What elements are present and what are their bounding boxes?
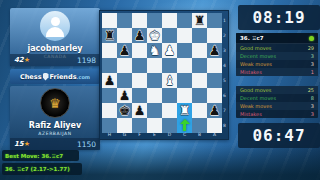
square-f4[interactable]	[132, 58, 147, 73]
star-icon: ★	[24, 56, 30, 64]
square-a1[interactable]	[207, 13, 222, 28]
player-card-white: jacobmarley CANADA 42★ 1198	[10, 8, 100, 66]
white-player-rating: 1198	[77, 56, 96, 65]
white-knight-e3: ♞	[149, 43, 161, 58]
last-move-header: 36. ♖c7	[236, 33, 318, 44]
chessfriends-logo[interactable]: Chess Friends .com	[10, 69, 100, 84]
black-pawn-a3: ♟	[209, 43, 221, 58]
stat-row: Weak moves 3	[236, 60, 318, 68]
square-a3[interactable]: ♟	[207, 43, 222, 58]
rank-label-5: 5	[221, 73, 228, 88]
rank-label-1: 1	[221, 13, 228, 28]
white-player-avatar[interactable]	[40, 11, 70, 41]
square-f3[interactable]	[132, 43, 147, 58]
square-g8[interactable]	[117, 118, 132, 133]
app-window: jacobmarley CANADA 42★ 1198 Chess Friend…	[0, 0, 320, 180]
square-b8[interactable]	[192, 118, 207, 133]
rank-label-7: 7	[221, 103, 228, 118]
square-h5[interactable]: ♟	[102, 73, 117, 88]
rank-label-3: 3	[221, 43, 228, 58]
square-a2[interactable]	[207, 28, 222, 43]
rank-label-4: 4	[221, 58, 228, 73]
black-player-name: Rafiz Aliyev	[10, 121, 100, 130]
square-c7[interactable]: ♜	[177, 103, 192, 118]
square-e2[interactable]: ♚	[147, 28, 162, 43]
white-move-stats-panel: 36. ♖c7 Good moves 29 Decent moves 3 Wea…	[236, 33, 318, 76]
star-icon: ★	[24, 140, 30, 148]
white-rook-c7: ♜	[179, 103, 191, 118]
black-player-country: AZERBAIJAN	[10, 131, 100, 136]
square-d2[interactable]	[162, 28, 177, 43]
black-rook-h2: ♜	[104, 28, 116, 43]
square-e3[interactable]: ♞	[147, 43, 162, 58]
square-h2[interactable]: ♜	[102, 28, 117, 43]
square-d8[interactable]	[162, 118, 177, 133]
stat-row: Mistakes 1	[236, 68, 318, 76]
square-f8[interactable]	[132, 118, 147, 133]
white-player-level: 42★	[14, 56, 30, 64]
stat-row: Good moves 29	[236, 44, 318, 52]
stat-row: Decent moves 8	[236, 94, 318, 102]
square-b6[interactable]	[192, 88, 207, 103]
white-pawn-d3: ♟	[164, 43, 176, 58]
square-a5[interactable]	[207, 73, 222, 88]
black-move-stats-panel: Good moves 25 Decent moves 8 Weak moves …	[236, 86, 318, 118]
square-c3[interactable]	[177, 43, 192, 58]
square-a6[interactable]	[207, 88, 222, 103]
white-player-name: jacobmarley	[10, 44, 100, 53]
square-c5[interactable]	[177, 73, 192, 88]
square-c4[interactable]	[177, 58, 192, 73]
square-g4[interactable]	[117, 58, 132, 73]
clock-black: 06:47	[238, 123, 320, 148]
square-c1[interactable]	[177, 13, 192, 28]
black-player-rating: 1150	[77, 140, 96, 149]
file-label-c: C	[177, 132, 192, 138]
best-move-hint: Best Move: 36.♖c7	[2, 150, 79, 161]
square-b4[interactable]	[192, 58, 207, 73]
square-b3[interactable]	[192, 43, 207, 58]
stat-row: Good moves 25	[236, 86, 318, 94]
square-e4[interactable]	[147, 58, 162, 73]
white-rating-bar: 42★ 1198	[10, 54, 100, 66]
square-h4[interactable]	[102, 58, 117, 73]
move-eval-line: 36. ♖c7 (2.17->1.77)	[2, 163, 82, 175]
stat-row: Weak moves 3	[236, 102, 318, 110]
stat-row: Mistakes 3	[236, 110, 318, 118]
square-f6[interactable]	[132, 88, 147, 103]
square-g5[interactable]	[117, 73, 132, 88]
square-d3[interactable]: ♟	[162, 43, 177, 58]
black-king-g7: ♚	[119, 103, 131, 118]
file-label-f: F	[132, 132, 147, 138]
square-c6[interactable]	[177, 88, 192, 103]
square-e7[interactable]	[147, 103, 162, 118]
square-g3[interactable]: ♟	[117, 43, 132, 58]
file-label-g: G	[117, 132, 132, 138]
black-rook-b1: ♜	[194, 13, 206, 28]
file-label-a: A	[207, 132, 222, 138]
black-player-avatar[interactable]: ♛	[40, 88, 70, 118]
square-g6[interactable]: ♟	[117, 88, 132, 103]
rank-label-2: 2	[221, 28, 228, 43]
square-g2[interactable]	[117, 28, 132, 43]
square-h8[interactable]	[102, 118, 117, 133]
square-d1[interactable]	[162, 13, 177, 28]
square-e1[interactable]	[147, 13, 162, 28]
square-c2[interactable]	[177, 28, 192, 43]
square-f1[interactable]	[132, 13, 147, 28]
square-e8[interactable]	[147, 118, 162, 133]
square-h6[interactable]	[102, 88, 117, 103]
square-f5[interactable]	[132, 73, 147, 88]
square-e6[interactable]	[147, 88, 162, 103]
rank-label-8: 8	[221, 118, 228, 133]
square-b5[interactable]	[192, 73, 207, 88]
square-b7[interactable]	[192, 103, 207, 118]
black-pawn-f7: ♟	[134, 103, 146, 118]
black-player-level: 15★	[14, 140, 30, 148]
square-d6[interactable]	[162, 88, 177, 103]
square-a4[interactable]	[207, 58, 222, 73]
square-h1[interactable]	[102, 13, 117, 28]
square-g1[interactable]	[117, 13, 132, 28]
black-pawn-g3: ♟	[119, 43, 131, 58]
square-b1[interactable]: ♜	[192, 13, 207, 28]
good-move-dot-icon	[309, 36, 314, 41]
square-h7[interactable]	[102, 103, 117, 118]
square-a7[interactable]: ♟	[207, 103, 222, 118]
shield-icon	[43, 73, 49, 81]
square-a8[interactable]	[207, 118, 222, 133]
board-squares: ♜♜♟♚♟♞♟♟♟♝♟♚♟♜♟	[102, 13, 222, 133]
white-bishop-d5: ♝	[164, 73, 176, 88]
chess-board: ♜♜♟♚♟♞♟♟♟♝♟♚♟♜♟ HGFEDCBA 12345678	[99, 10, 229, 140]
black-pawn-g6: ♟	[119, 88, 131, 103]
square-f2[interactable]: ♟	[132, 28, 147, 43]
player-card-black: ♛ Rafiz Aliyev AZERBAIJAN 15★ 1150	[10, 86, 100, 150]
square-d7[interactable]	[162, 103, 177, 118]
square-b2[interactable]	[192, 28, 207, 43]
square-d5[interactable]: ♝	[162, 73, 177, 88]
square-e5[interactable]	[147, 73, 162, 88]
square-d4[interactable]	[162, 58, 177, 73]
black-rating-bar: 15★ 1150	[10, 138, 100, 150]
rank-label-6: 6	[221, 88, 228, 103]
file-label-b: B	[192, 132, 207, 138]
best-move-arrow	[180, 119, 190, 131]
black-pawn-a7: ♟	[209, 103, 221, 118]
file-label-e: E	[147, 132, 162, 138]
black-pawn-f2: ♟	[134, 28, 146, 43]
black-pawn-h5: ♟	[104, 73, 116, 88]
square-f7[interactable]: ♟	[132, 103, 147, 118]
file-label-h: H	[102, 132, 117, 138]
square-c8[interactable]	[177, 118, 192, 133]
clock-white: 08:19	[238, 5, 320, 30]
square-h3[interactable]	[102, 43, 117, 58]
avatar-silhouette-icon	[51, 17, 60, 26]
rank-labels: 12345678	[221, 13, 228, 133]
square-g7[interactable]: ♚	[117, 103, 132, 118]
stat-row: Decent moves 3	[236, 52, 318, 60]
white-king-e2: ♚	[149, 28, 161, 43]
last-move-text: 36. ♖c7	[240, 35, 264, 41]
file-label-d: D	[162, 132, 177, 138]
file-labels: HGFEDCBA	[102, 132, 222, 138]
crown-icon: ♛	[49, 97, 61, 110]
